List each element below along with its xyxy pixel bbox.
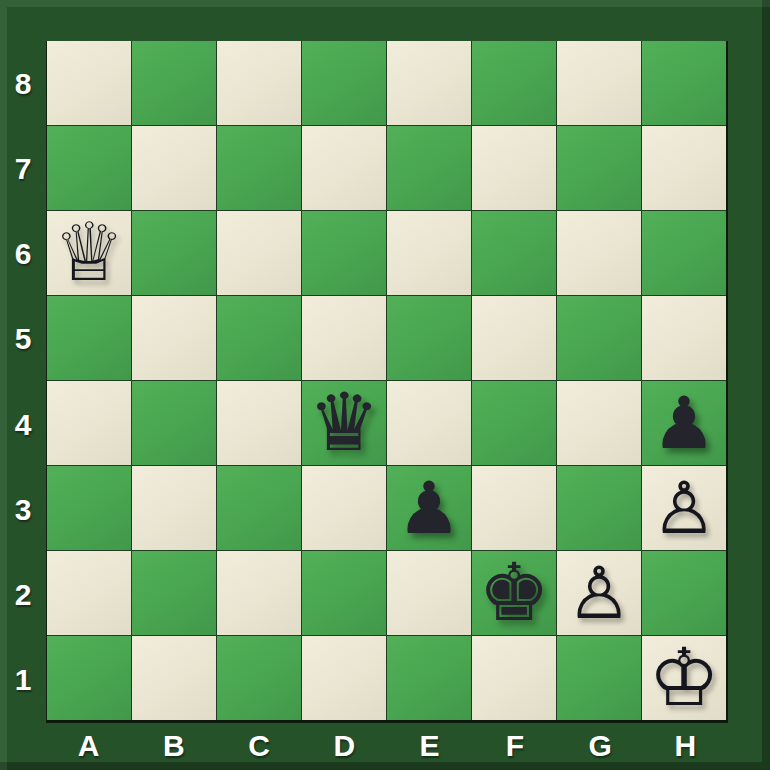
- square-b4[interactable]: [132, 381, 216, 465]
- file-label-c: C: [217, 726, 302, 766]
- square-a7[interactable]: [47, 126, 131, 210]
- square-c2[interactable]: [217, 551, 301, 635]
- square-d7[interactable]: [302, 126, 386, 210]
- piece-black-pawn-h4[interactable]: ♟: [652, 387, 717, 459]
- square-e1[interactable]: [387, 636, 471, 720]
- square-b2[interactable]: [132, 551, 216, 635]
- file-label-a: A: [46, 726, 131, 766]
- square-b8[interactable]: [132, 41, 216, 125]
- square-f5[interactable]: [472, 296, 556, 380]
- square-e8[interactable]: [387, 41, 471, 125]
- square-h1[interactable]: ♔: [642, 636, 726, 720]
- board: ♕♛♟♟♙♚♙♔: [46, 41, 728, 723]
- file-label-b: B: [131, 726, 216, 766]
- square-d5[interactable]: [302, 296, 386, 380]
- piece-white-king-h1[interactable]: ♔: [648, 638, 720, 718]
- square-f3[interactable]: [472, 466, 556, 550]
- square-c3[interactable]: [217, 466, 301, 550]
- square-g1[interactable]: [557, 636, 641, 720]
- square-h2[interactable]: [642, 551, 726, 635]
- square-a8[interactable]: [47, 41, 131, 125]
- square-g3[interactable]: [557, 466, 641, 550]
- file-label-f: F: [472, 726, 557, 766]
- file-label-d: D: [302, 726, 387, 766]
- square-h6[interactable]: [642, 211, 726, 295]
- rank-label-6: 6: [0, 212, 46, 297]
- square-e6[interactable]: [387, 211, 471, 295]
- piece-black-pawn-e3[interactable]: ♟: [397, 472, 462, 544]
- square-c6[interactable]: [217, 211, 301, 295]
- piece-white-queen-a6[interactable]: ♕: [53, 213, 125, 293]
- rank-label-1: 1: [0, 638, 46, 723]
- square-h7[interactable]: [642, 126, 726, 210]
- square-a6[interactable]: ♕: [47, 211, 131, 295]
- square-c5[interactable]: [217, 296, 301, 380]
- square-g5[interactable]: [557, 296, 641, 380]
- square-c4[interactable]: [217, 381, 301, 465]
- rank-label-7: 7: [0, 126, 46, 211]
- square-d6[interactable]: [302, 211, 386, 295]
- square-a2[interactable]: [47, 551, 131, 635]
- square-a3[interactable]: [47, 466, 131, 550]
- chess-board-frame: 87654321 ♕♛♟♟♙♚♙♔ ABCDEFGH: [0, 0, 770, 770]
- square-e7[interactable]: [387, 126, 471, 210]
- square-h5[interactable]: [642, 296, 726, 380]
- rank-label-3: 3: [0, 467, 46, 552]
- square-f4[interactable]: [472, 381, 556, 465]
- piece-white-pawn-g2[interactable]: ♙: [567, 557, 632, 629]
- square-g4[interactable]: [557, 381, 641, 465]
- square-f7[interactable]: [472, 126, 556, 210]
- square-b1[interactable]: [132, 636, 216, 720]
- square-g2[interactable]: ♙: [557, 551, 641, 635]
- file-label-g: G: [558, 726, 643, 766]
- square-h4[interactable]: ♟: [642, 381, 726, 465]
- square-e3[interactable]: ♟: [387, 466, 471, 550]
- square-h8[interactable]: [642, 41, 726, 125]
- square-e4[interactable]: [387, 381, 471, 465]
- square-e2[interactable]: [387, 551, 471, 635]
- square-d4[interactable]: ♛: [302, 381, 386, 465]
- square-b3[interactable]: [132, 466, 216, 550]
- square-b7[interactable]: [132, 126, 216, 210]
- square-d3[interactable]: [302, 466, 386, 550]
- rank-labels: 87654321: [0, 41, 46, 723]
- square-f2[interactable]: ♚: [472, 551, 556, 635]
- rank-label-5: 5: [0, 297, 46, 382]
- square-b5[interactable]: [132, 296, 216, 380]
- file-label-h: H: [643, 726, 728, 766]
- square-f8[interactable]: [472, 41, 556, 125]
- rank-label-2: 2: [0, 553, 46, 638]
- piece-black-king-f2[interactable]: ♚: [478, 553, 550, 633]
- square-c8[interactable]: [217, 41, 301, 125]
- square-a1[interactable]: [47, 636, 131, 720]
- square-g8[interactable]: [557, 41, 641, 125]
- file-label-e: E: [387, 726, 472, 766]
- square-f1[interactable]: [472, 636, 556, 720]
- square-e5[interactable]: [387, 296, 471, 380]
- piece-white-pawn-h3[interactable]: ♙: [652, 472, 717, 544]
- square-g6[interactable]: [557, 211, 641, 295]
- square-g7[interactable]: [557, 126, 641, 210]
- square-c1[interactable]: [217, 636, 301, 720]
- square-f6[interactable]: [472, 211, 556, 295]
- square-h3[interactable]: ♙: [642, 466, 726, 550]
- file-labels: ABCDEFGH: [46, 726, 728, 766]
- square-b6[interactable]: [132, 211, 216, 295]
- rank-label-8: 8: [0, 41, 46, 126]
- square-d1[interactable]: [302, 636, 386, 720]
- square-c7[interactable]: [217, 126, 301, 210]
- square-a5[interactable]: [47, 296, 131, 380]
- square-a4[interactable]: [47, 381, 131, 465]
- rank-label-4: 4: [0, 382, 46, 467]
- square-d2[interactable]: [302, 551, 386, 635]
- piece-black-queen-d4[interactable]: ♛: [308, 383, 380, 463]
- square-d8[interactable]: [302, 41, 386, 125]
